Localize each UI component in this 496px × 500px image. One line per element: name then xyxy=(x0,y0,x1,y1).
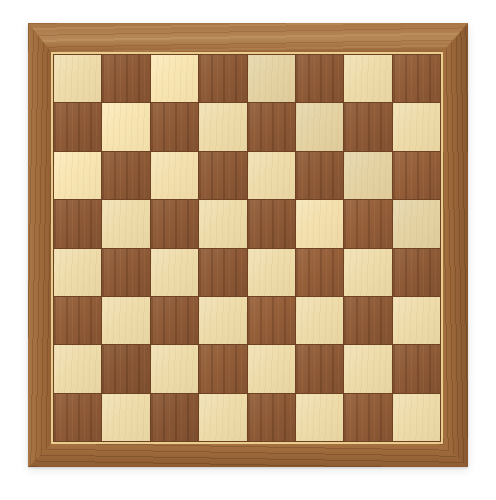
square-h5[interactable] xyxy=(393,200,440,247)
square-c1[interactable] xyxy=(151,394,198,441)
square-f1[interactable] xyxy=(296,394,343,441)
square-e6[interactable] xyxy=(248,152,295,199)
square-a5[interactable] xyxy=(54,200,101,247)
product-photo-background xyxy=(0,0,496,500)
square-b2[interactable] xyxy=(102,345,149,392)
square-h6[interactable] xyxy=(393,152,440,199)
square-b7[interactable] xyxy=(102,103,149,150)
square-h3[interactable] xyxy=(393,297,440,344)
square-g5[interactable] xyxy=(344,200,391,247)
square-c5[interactable] xyxy=(151,200,198,247)
square-h8[interactable] xyxy=(393,55,440,102)
square-g8[interactable] xyxy=(344,55,391,102)
square-g6[interactable] xyxy=(344,152,391,199)
square-g4[interactable] xyxy=(344,249,391,296)
square-a8[interactable] xyxy=(54,55,101,102)
square-d6[interactable] xyxy=(199,152,246,199)
chessboard xyxy=(28,23,468,467)
board-inlay-border xyxy=(51,52,443,444)
board-frame-right xyxy=(443,23,468,467)
square-g3[interactable] xyxy=(344,297,391,344)
square-a3[interactable] xyxy=(54,297,101,344)
square-c6[interactable] xyxy=(151,152,198,199)
square-d1[interactable] xyxy=(199,394,246,441)
square-b6[interactable] xyxy=(102,152,149,199)
square-f8[interactable] xyxy=(296,55,343,102)
square-d2[interactable] xyxy=(199,345,246,392)
square-e1[interactable] xyxy=(248,394,295,441)
square-g1[interactable] xyxy=(344,394,391,441)
square-h4[interactable] xyxy=(393,249,440,296)
square-h2[interactable] xyxy=(393,345,440,392)
square-b3[interactable] xyxy=(102,297,149,344)
square-f2[interactable] xyxy=(296,345,343,392)
square-f4[interactable] xyxy=(296,249,343,296)
square-e5[interactable] xyxy=(248,200,295,247)
square-a2[interactable] xyxy=(54,345,101,392)
square-e8[interactable] xyxy=(248,55,295,102)
square-c2[interactable] xyxy=(151,345,198,392)
square-f6[interactable] xyxy=(296,152,343,199)
square-e7[interactable] xyxy=(248,103,295,150)
board-frame-bottom xyxy=(28,444,468,467)
square-a1[interactable] xyxy=(54,394,101,441)
square-c3[interactable] xyxy=(151,297,198,344)
square-b5[interactable] xyxy=(102,200,149,247)
square-d5[interactable] xyxy=(199,200,246,247)
square-c7[interactable] xyxy=(151,103,198,150)
square-b1[interactable] xyxy=(102,394,149,441)
square-b4[interactable] xyxy=(102,249,149,296)
square-b8[interactable] xyxy=(102,55,149,102)
square-e3[interactable] xyxy=(248,297,295,344)
square-d3[interactable] xyxy=(199,297,246,344)
square-f5[interactable] xyxy=(296,200,343,247)
square-g2[interactable] xyxy=(344,345,391,392)
square-e4[interactable] xyxy=(248,249,295,296)
board-grid xyxy=(53,54,441,442)
square-e2[interactable] xyxy=(248,345,295,392)
square-c8[interactable] xyxy=(151,55,198,102)
square-a4[interactable] xyxy=(54,249,101,296)
square-f3[interactable] xyxy=(296,297,343,344)
square-d4[interactable] xyxy=(199,249,246,296)
board-frame-left xyxy=(28,23,51,467)
square-a6[interactable] xyxy=(54,152,101,199)
square-f7[interactable] xyxy=(296,103,343,150)
square-a7[interactable] xyxy=(54,103,101,150)
square-d7[interactable] xyxy=(199,103,246,150)
square-d8[interactable] xyxy=(199,55,246,102)
square-c4[interactable] xyxy=(151,249,198,296)
board-frame-top xyxy=(28,23,468,52)
square-h7[interactable] xyxy=(393,103,440,150)
square-g7[interactable] xyxy=(344,103,391,150)
square-h1[interactable] xyxy=(393,394,440,441)
